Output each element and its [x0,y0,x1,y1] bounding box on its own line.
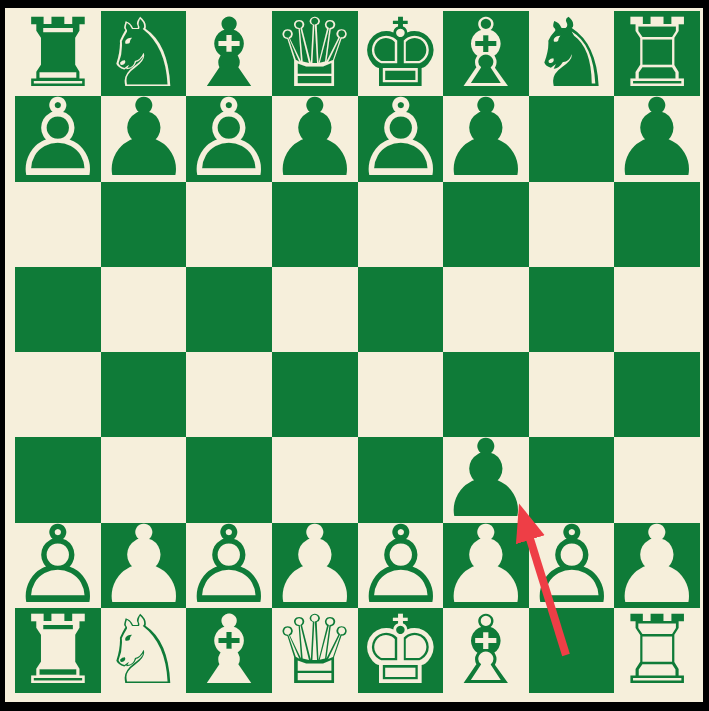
white-pawn-icon: ♙ [9,516,106,612]
white-bishop-icon: ♝ [186,608,272,693]
square-d4[interactable] [272,352,358,437]
square-d2[interactable]: ♟ [272,523,358,608]
chess-board: ♜♘♝♕♚♗♞♖♙♟♙♟♙♟♟♟♙♟♙♟♙♟♙♟♜♘♝♕♚♗♖ [15,11,700,693]
square-d6[interactable] [272,182,358,267]
white-knight-icon: ♘ [101,608,187,693]
square-f7[interactable]: ♟ [443,96,529,181]
square-b1[interactable]: ♘ [101,608,187,693]
black-pawn-icon: ♟ [438,90,535,186]
square-d5[interactable] [272,267,358,352]
white-bishop-icon: ♗ [443,608,529,693]
square-f1[interactable]: ♗ [443,608,529,693]
square-a3[interactable] [15,437,101,522]
white-rook-icon: ♖ [614,608,700,693]
square-g6[interactable] [529,182,615,267]
square-h8[interactable]: ♖ [614,11,700,96]
white-pawn-icon: ♙ [523,516,620,612]
black-bishop-icon: ♗ [443,11,529,96]
square-d3[interactable] [272,437,358,522]
video-chess-screenshot: ♜♘♝♕♚♗♞♖♙♟♙♟♙♟♟♟♙♟♙♟♙♟♙♟♜♘♝♕♚♗♖ [0,0,709,711]
white-queen-icon: ♕ [272,608,358,693]
square-f4[interactable] [443,352,529,437]
square-c8[interactable]: ♝ [186,11,272,96]
square-b5[interactable] [101,267,187,352]
black-pawn-icon: ♟ [266,90,363,186]
black-king-icon: ♚ [358,11,444,96]
black-pawn-icon: ♙ [9,90,106,186]
square-d1[interactable]: ♕ [272,608,358,693]
square-b2[interactable]: ♟ [101,523,187,608]
black-pawn-icon: ♟ [95,90,192,186]
square-f8[interactable]: ♗ [443,11,529,96]
square-g2[interactable]: ♙ [529,523,615,608]
square-e8[interactable]: ♚ [358,11,444,96]
square-a2[interactable]: ♙ [15,523,101,608]
black-pawn-icon: ♙ [352,90,449,186]
white-rook-icon: ♜ [15,608,101,693]
square-h2[interactable]: ♟ [614,523,700,608]
square-e1[interactable]: ♚ [358,608,444,693]
square-c5[interactable] [186,267,272,352]
square-b8[interactable]: ♘ [101,11,187,96]
black-knight-icon: ♞ [529,11,615,96]
square-e6[interactable] [358,182,444,267]
square-a8[interactable]: ♜ [15,11,101,96]
black-pawn-icon: ♟ [438,431,535,527]
square-c1[interactable]: ♝ [186,608,272,693]
square-a1[interactable]: ♜ [15,608,101,693]
square-f6[interactable] [443,182,529,267]
black-queen-icon: ♕ [272,11,358,96]
square-f3[interactable]: ♟ [443,437,529,522]
square-e7[interactable]: ♙ [358,96,444,181]
square-b6[interactable] [101,182,187,267]
square-f2[interactable]: ♟ [443,523,529,608]
square-a6[interactable] [15,182,101,267]
square-g3[interactable] [529,437,615,522]
white-pawn-icon: ♟ [95,516,192,612]
square-a5[interactable] [15,267,101,352]
square-b7[interactable]: ♟ [101,96,187,181]
black-rook-icon: ♜ [15,11,101,96]
square-g8[interactable]: ♞ [529,11,615,96]
square-c7[interactable]: ♙ [186,96,272,181]
square-h5[interactable] [614,267,700,352]
square-a4[interactable] [15,352,101,437]
black-pawn-icon: ♙ [181,90,278,186]
square-c2[interactable]: ♙ [186,523,272,608]
square-h4[interactable] [614,352,700,437]
white-pawn-icon: ♟ [438,516,535,612]
square-b4[interactable] [101,352,187,437]
square-h6[interactable] [614,182,700,267]
square-a7[interactable]: ♙ [15,96,101,181]
square-g4[interactable] [529,352,615,437]
square-h3[interactable] [614,437,700,522]
white-pawn-icon: ♟ [266,516,363,612]
square-e4[interactable] [358,352,444,437]
square-c3[interactable] [186,437,272,522]
white-pawn-icon: ♙ [181,516,278,612]
square-c6[interactable] [186,182,272,267]
square-g5[interactable] [529,267,615,352]
square-g7[interactable] [529,96,615,181]
square-e5[interactable] [358,267,444,352]
square-h1[interactable]: ♖ [614,608,700,693]
square-d8[interactable]: ♕ [272,11,358,96]
black-bishop-icon: ♝ [186,11,272,96]
white-king-icon: ♚ [358,608,444,693]
square-e3[interactable] [358,437,444,522]
black-pawn-icon: ♟ [609,90,706,186]
square-b3[interactable] [101,437,187,522]
square-e2[interactable]: ♙ [358,523,444,608]
white-pawn-icon: ♟ [609,516,706,612]
black-rook-icon: ♖ [614,11,700,96]
square-c4[interactable] [186,352,272,437]
square-d7[interactable]: ♟ [272,96,358,181]
square-f5[interactable] [443,267,529,352]
square-h7[interactable]: ♟ [614,96,700,181]
square-g1[interactable] [529,608,615,693]
white-pawn-icon: ♙ [352,516,449,612]
black-knight-icon: ♘ [101,11,187,96]
